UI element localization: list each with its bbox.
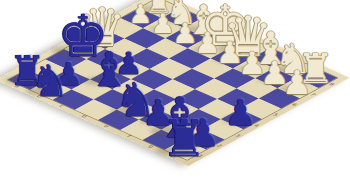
chess-board-sheet: abcdefgh 87654321	[0, 0, 350, 166]
chess-board-grid	[8, 0, 337, 160]
product-photo-stage: abcdefgh 87654321 ♜♞♟♝♟♚♟♛♛♟♚♝♟♞♟♟♜♟♝♟♜♟…	[0, 0, 350, 179]
